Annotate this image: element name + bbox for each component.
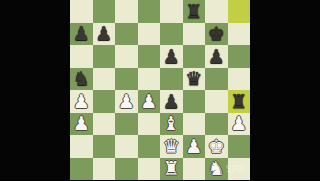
square-g8[interactable] — [205, 0, 228, 23]
square-e2[interactable]: ♛ — [160, 135, 183, 158]
square-a4[interactable]: ♟ — [70, 90, 93, 113]
square-f4[interactable] — [183, 90, 206, 113]
piece-white-pawn-f2[interactable]: ♟ — [183, 135, 206, 158]
square-h5[interactable] — [228, 68, 251, 91]
square-d2[interactable] — [138, 135, 161, 158]
square-h7[interactable] — [228, 23, 251, 46]
square-b6[interactable] — [93, 45, 116, 68]
square-e8[interactable] — [160, 0, 183, 23]
piece-black-rook-h4[interactable]: ♜ — [228, 90, 251, 113]
square-a5[interactable]: ♞ — [70, 68, 93, 91]
square-b3[interactable] — [93, 113, 116, 136]
piece-black-pawn-g6[interactable]: ♟ — [205, 45, 228, 68]
piece-black-rook-f8[interactable]: ♜ — [183, 0, 206, 23]
square-b5[interactable] — [93, 68, 116, 91]
square-e1[interactable]: ♜ — [160, 158, 183, 181]
square-b2[interactable] — [93, 135, 116, 158]
square-c8[interactable] — [115, 0, 138, 23]
piece-white-queen-e2[interactable]: ♛ — [160, 135, 183, 158]
square-a6[interactable] — [70, 45, 93, 68]
square-b7[interactable]: ♟ — [93, 23, 116, 46]
letterbox-left — [0, 0, 70, 180]
piece-white-knight-g1[interactable]: ♞ — [205, 158, 228, 181]
piece-black-pawn-e6[interactable]: ♟ — [160, 45, 183, 68]
piece-black-queen-f5[interactable]: ♛ — [183, 68, 206, 91]
square-h4[interactable]: ♜ — [228, 90, 251, 113]
square-a8[interactable] — [70, 0, 93, 23]
square-e3[interactable]: ♝ — [160, 113, 183, 136]
square-c3[interactable] — [115, 113, 138, 136]
square-f7[interactable] — [183, 23, 206, 46]
piece-white-pawn-a4[interactable]: ♟ — [70, 90, 93, 113]
square-b4[interactable] — [93, 90, 116, 113]
piece-white-pawn-a3[interactable]: ♟ — [70, 113, 93, 136]
square-d6[interactable] — [138, 45, 161, 68]
piece-black-pawn-b7[interactable]: ♟ — [93, 23, 116, 46]
square-g6[interactable]: ♟ — [205, 45, 228, 68]
square-g4[interactable] — [205, 90, 228, 113]
piece-white-pawn-d4[interactable]: ♟ — [138, 90, 161, 113]
square-c1[interactable] — [115, 158, 138, 181]
square-g2[interactable]: ♚ — [205, 135, 228, 158]
square-h1[interactable] — [228, 158, 251, 181]
square-e7[interactable] — [160, 23, 183, 46]
square-e6[interactable]: ♟ — [160, 45, 183, 68]
square-h8[interactable] — [228, 0, 251, 23]
square-d1[interactable] — [138, 158, 161, 181]
square-f6[interactable] — [183, 45, 206, 68]
square-a2[interactable] — [70, 135, 93, 158]
square-d8[interactable] — [138, 0, 161, 23]
square-c6[interactable] — [115, 45, 138, 68]
square-d5[interactable] — [138, 68, 161, 91]
square-f8[interactable]: ♜ — [183, 0, 206, 23]
square-c7[interactable] — [115, 23, 138, 46]
square-f5[interactable]: ♛ — [183, 68, 206, 91]
piece-black-pawn-a7[interactable]: ♟ — [70, 23, 93, 46]
piece-white-pawn-h3[interactable]: ♟ — [228, 113, 251, 136]
letterbox-right — [250, 0, 320, 180]
square-g1[interactable]: ♞ — [205, 158, 228, 181]
square-a7[interactable]: ♟ — [70, 23, 93, 46]
square-d7[interactable] — [138, 23, 161, 46]
square-f3[interactable] — [183, 113, 206, 136]
square-c4[interactable]: ♟ — [115, 90, 138, 113]
square-d3[interactable] — [138, 113, 161, 136]
square-b8[interactable] — [93, 0, 116, 23]
square-h3[interactable]: ♟ — [228, 113, 251, 136]
square-e4[interactable]: ♟ — [160, 90, 183, 113]
square-c5[interactable] — [115, 68, 138, 91]
square-a1[interactable] — [70, 158, 93, 181]
square-f2[interactable]: ♟ — [183, 135, 206, 158]
video-frame: ♜♟♟♚♟♟♞♛♟♟♟♟♜♟♝♟♛♟♚♜♞ SPO — [0, 0, 320, 180]
square-a3[interactable]: ♟ — [70, 113, 93, 136]
piece-black-king-g7[interactable]: ♚ — [205, 23, 228, 46]
piece-white-bishop-e3[interactable]: ♝ — [160, 113, 183, 136]
square-g5[interactable] — [205, 68, 228, 91]
piece-black-knight-a5[interactable]: ♞ — [70, 68, 93, 91]
square-d4[interactable]: ♟ — [138, 90, 161, 113]
square-e5[interactable] — [160, 68, 183, 91]
piece-white-king-g2[interactable]: ♚ — [205, 135, 228, 158]
piece-black-pawn-e4[interactable]: ♟ — [160, 90, 183, 113]
piece-white-pawn-c4[interactable]: ♟ — [115, 90, 138, 113]
square-h2[interactable] — [228, 135, 251, 158]
square-b1[interactable] — [93, 158, 116, 181]
square-h6[interactable] — [228, 45, 251, 68]
chess-board[interactable]: ♜♟♟♚♟♟♞♛♟♟♟♟♜♟♝♟♛♟♚♜♞ — [70, 0, 250, 180]
piece-white-rook-e1[interactable]: ♜ — [160, 158, 183, 181]
square-c2[interactable] — [115, 135, 138, 158]
square-g7[interactable]: ♚ — [205, 23, 228, 46]
square-f1[interactable] — [183, 158, 206, 181]
square-g3[interactable] — [205, 113, 228, 136]
